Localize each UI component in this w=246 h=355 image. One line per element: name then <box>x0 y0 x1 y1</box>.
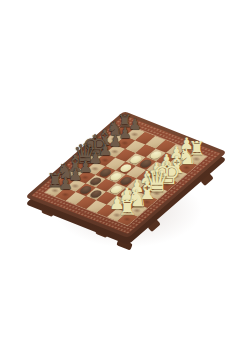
product-photo-stage: Standard chess starting position; cream … <box>0 0 246 355</box>
